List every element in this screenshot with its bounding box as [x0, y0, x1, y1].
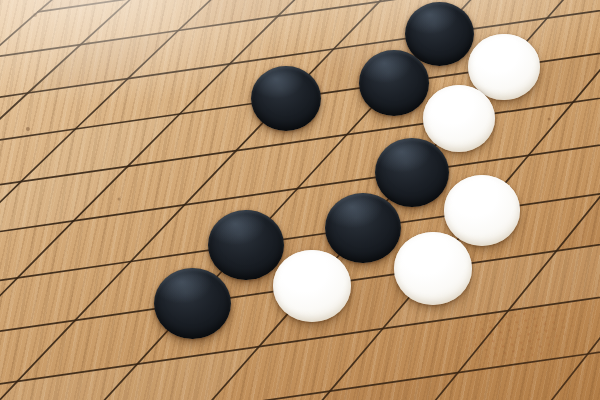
- black-stone[interactable]: [359, 50, 430, 116]
- white-stone[interactable]: [394, 232, 472, 305]
- black-stone[interactable]: [251, 66, 321, 131]
- goban-photo-canvas: [0, 0, 600, 400]
- white-stone[interactable]: [273, 250, 351, 322]
- black-stone[interactable]: [208, 210, 283, 280]
- black-stone[interactable]: [325, 193, 401, 264]
- white-stone[interactable]: [444, 175, 521, 246]
- black-stone[interactable]: [154, 268, 231, 340]
- white-stone[interactable]: [423, 85, 496, 153]
- black-stone[interactable]: [375, 138, 449, 207]
- stones-layer: [0, 0, 600, 400]
